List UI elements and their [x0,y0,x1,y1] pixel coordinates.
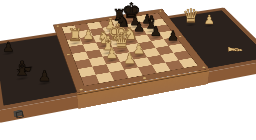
piece-shadow [37,80,52,86]
left-drawer-front-face [0,95,86,123]
frame-dot [79,88,83,90]
piece-black-bishop: ♝ [13,58,31,78]
table-plane: ♜♚♟♞♟♟♜♟♟♝♞♚♞♟♝♛♟♟♟♟♟♞♝♟♛♟♝ [0,0,256,140]
piece-shadow [203,24,216,28]
square-c4 [99,47,116,56]
square-g2 [160,53,178,63]
square-d3 [116,52,134,62]
square-b2 [92,64,110,74]
square-c1 [110,70,128,81]
square-f2 [147,55,165,65]
frame-dot [56,25,59,27]
square-h1 [179,58,198,68]
square-b3 [89,57,106,67]
square-g3 [156,46,174,55]
square-h2 [173,51,191,61]
square-g1 [165,60,184,70]
square-d4 [112,45,129,54]
square-d2 [120,60,138,70]
square-b4 [86,49,103,59]
frame-dot [159,10,162,11]
clasp-icon [13,110,23,117]
piece-shadow [185,23,198,27]
right-drawer-end-face [223,8,256,71]
piece-black-pawn: ♟ [2,40,14,54]
piece-white-pawn: ♟ [204,13,215,25]
square-a5 [69,45,85,54]
frame-dot [178,36,181,38]
square-c3 [103,54,120,64]
chess-set-product-photo: ♜♚♟♞♟♟♜♟♟♝♞♚♞♟♝♛♟♟♟♟♟♞♝♟♛♟♝ [0,0,256,140]
square-e3 [130,50,148,60]
right-drawer-front-face [202,59,256,84]
piece-shadow [2,51,15,56]
piece-shadow [15,76,29,82]
frame-dot [143,77,147,79]
square-f1 [152,63,171,73]
chess-box-lid [53,9,210,93]
square-e2 [134,57,152,67]
square-a2 [78,67,96,78]
square-e1 [138,65,157,75]
piece-black-knight-lying: ♞ [13,65,35,75]
square-a4 [72,52,89,62]
square-f3 [143,48,161,57]
frame-dot [67,54,70,56]
square-a3 [75,59,92,69]
frame-dot [202,66,206,68]
square-h3 [168,44,186,53]
square-a1 [81,75,99,86]
square-c2 [106,62,124,72]
square-d1 [124,67,143,78]
piece-black-pawn: ♟ [38,69,51,84]
piece-white-queen: ♛ [182,6,199,25]
square-b1 [96,72,114,83]
piece-white-bishop-lying: ♝ [225,45,245,55]
chess-board [62,13,197,86]
